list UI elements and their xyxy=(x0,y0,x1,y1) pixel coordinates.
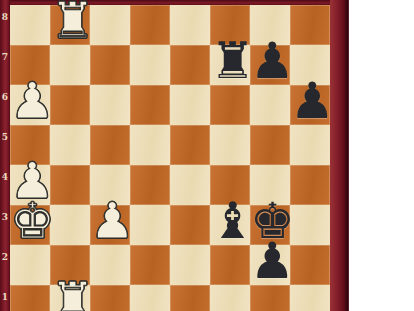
rank-label-6: 6 xyxy=(0,92,10,103)
black-pawn-h6[interactable]: ♟ xyxy=(290,77,330,125)
square-h4[interactable] xyxy=(290,165,330,205)
square-f1[interactable] xyxy=(210,285,250,311)
square-h2[interactable] xyxy=(290,245,330,285)
square-f6[interactable] xyxy=(210,85,250,125)
black-bishop-f3[interactable]: ♝ xyxy=(210,197,250,245)
rank-label-3: 3 xyxy=(0,212,10,223)
square-c5[interactable] xyxy=(90,125,130,165)
rank-label-1: 1 xyxy=(0,292,10,303)
square-c7[interactable] xyxy=(90,45,130,85)
square-c2[interactable] xyxy=(90,245,130,285)
square-h3[interactable] xyxy=(290,205,330,245)
chess-board-screenshot: 87654321 ♜♜♟♟♟♟♚♟♝♚♟♜ xyxy=(0,0,414,311)
square-e2[interactable] xyxy=(170,245,210,285)
square-b7[interactable] xyxy=(50,45,90,85)
square-d8[interactable] xyxy=(130,5,170,45)
square-e6[interactable] xyxy=(170,85,210,125)
square-d4[interactable] xyxy=(130,165,170,205)
square-d1[interactable] xyxy=(130,285,170,311)
square-b4[interactable] xyxy=(50,165,90,205)
square-d7[interactable] xyxy=(130,45,170,85)
black-pawn-g2[interactable]: ♟ xyxy=(250,237,290,285)
square-b5[interactable] xyxy=(50,125,90,165)
board-frame-left xyxy=(0,0,10,311)
square-a1[interactable] xyxy=(10,285,50,311)
white-rook-b1[interactable]: ♜ xyxy=(50,277,90,311)
square-f2[interactable] xyxy=(210,245,250,285)
square-b6[interactable] xyxy=(50,85,90,125)
rank-label-7: 7 xyxy=(0,52,10,63)
square-h8[interactable] xyxy=(290,5,330,45)
square-c1[interactable] xyxy=(90,285,130,311)
square-d6[interactable] xyxy=(130,85,170,125)
square-h5[interactable] xyxy=(290,125,330,165)
white-pawn-a6[interactable]: ♟ xyxy=(10,77,50,125)
square-f5[interactable] xyxy=(210,125,250,165)
white-rook-b8[interactable]: ♜ xyxy=(50,0,90,45)
square-g6[interactable] xyxy=(250,85,290,125)
square-c6[interactable] xyxy=(90,85,130,125)
square-e3[interactable] xyxy=(170,205,210,245)
square-e4[interactable] xyxy=(170,165,210,205)
white-pawn-c3[interactable]: ♟ xyxy=(90,197,130,245)
square-d5[interactable] xyxy=(130,125,170,165)
square-d3[interactable] xyxy=(130,205,170,245)
square-b3[interactable] xyxy=(50,205,90,245)
square-c8[interactable] xyxy=(90,5,130,45)
square-a2[interactable] xyxy=(10,245,50,285)
rank-label-5: 5 xyxy=(0,132,10,143)
rank-label-4: 4 xyxy=(0,172,10,183)
white-king-a3[interactable]: ♚ xyxy=(10,197,50,245)
black-rook-f7[interactable]: ♜ xyxy=(210,37,250,85)
rank-label-2: 2 xyxy=(0,252,10,263)
board-frame-right xyxy=(330,0,349,311)
rank-label-8: 8 xyxy=(0,12,10,23)
square-a8[interactable] xyxy=(10,5,50,45)
black-pawn-g7[interactable]: ♟ xyxy=(250,37,290,85)
square-e8[interactable] xyxy=(170,5,210,45)
square-e1[interactable] xyxy=(170,285,210,311)
square-d2[interactable] xyxy=(130,245,170,285)
square-e7[interactable] xyxy=(170,45,210,85)
square-g5[interactable] xyxy=(250,125,290,165)
square-e5[interactable] xyxy=(170,125,210,165)
square-h1[interactable] xyxy=(290,285,330,311)
